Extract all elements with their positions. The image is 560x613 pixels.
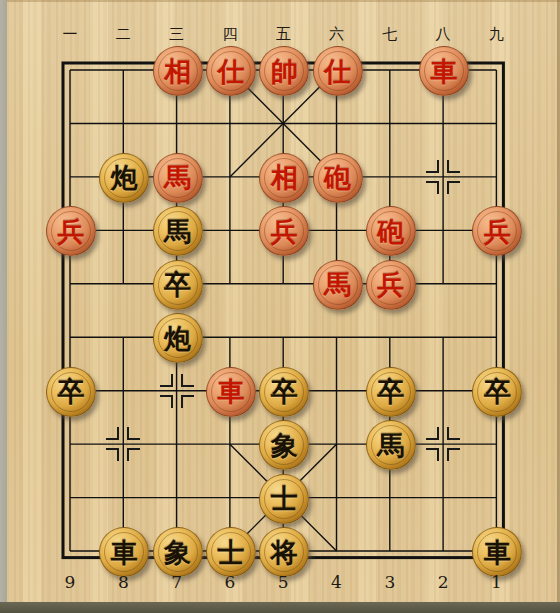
piece-glyph: 卒 xyxy=(473,368,521,416)
file-label-bottom-7: 3 xyxy=(384,572,395,592)
piece-black-chariot[interactable]: 車 xyxy=(99,527,149,577)
piece-glyph: 砲 xyxy=(314,154,362,202)
piece-glyph: 仕 xyxy=(207,47,255,95)
piece-red-soldier[interactable]: 兵 xyxy=(46,206,96,256)
piece-black-elephant[interactable]: 象 xyxy=(153,527,203,577)
piece-glyph: 士 xyxy=(207,528,255,576)
piece-glyph: 象 xyxy=(154,528,202,576)
file-label-top-5: 五 xyxy=(276,25,291,44)
point-marker xyxy=(160,374,194,408)
piece-black-general[interactable]: 将 xyxy=(259,527,309,577)
piece-glyph: 車 xyxy=(207,368,255,416)
piece-red-elephant[interactable]: 相 xyxy=(259,153,309,203)
piece-glyph: 仕 xyxy=(314,47,362,95)
file-label-top-4: 四 xyxy=(222,25,237,44)
piece-red-elephant[interactable]: 相 xyxy=(153,46,203,96)
file-label-bottom-5: 5 xyxy=(278,572,289,592)
file-label-bottom-2: 8 xyxy=(118,572,129,592)
piece-red-advisor[interactable]: 仕 xyxy=(313,46,363,96)
file-label-top-6: 六 xyxy=(329,25,344,44)
piece-red-cannon[interactable]: 砲 xyxy=(313,153,363,203)
piece-glyph: 卒 xyxy=(47,368,95,416)
piece-glyph: 卒 xyxy=(367,368,415,416)
point-marker xyxy=(426,427,460,461)
piece-red-general[interactable]: 帥 xyxy=(259,46,309,96)
xiangqi-board[interactable]: 一二三四五六七八九 相仕帥仕車炮馬相砲兵馬兵砲兵卒馬兵炮卒車卒卒卒象馬士車象士将… xyxy=(0,0,560,613)
piece-glyph: 兵 xyxy=(473,207,521,255)
file-label-top-9: 九 xyxy=(489,25,504,44)
file-label-bottom-6: 4 xyxy=(331,572,342,592)
piece-glyph: 砲 xyxy=(367,207,415,255)
piece-glyph: 炮 xyxy=(100,154,148,202)
piece-glyph: 兵 xyxy=(47,207,95,255)
file-label-top-1: 一 xyxy=(63,25,78,44)
piece-black-advisor[interactable]: 士 xyxy=(259,474,309,524)
point-marker xyxy=(426,160,460,194)
file-label-top-8: 八 xyxy=(436,25,451,44)
piece-glyph: 卒 xyxy=(260,368,308,416)
piece-glyph: 車 xyxy=(100,528,148,576)
piece-red-chariot[interactable]: 車 xyxy=(206,367,256,417)
point-marker xyxy=(106,427,140,461)
piece-glyph: 卒 xyxy=(154,261,202,309)
piece-black-cannon[interactable]: 炮 xyxy=(99,153,149,203)
piece-glyph: 馬 xyxy=(314,261,362,309)
piece-black-soldier[interactable]: 卒 xyxy=(259,367,309,417)
piece-black-cannon[interactable]: 炮 xyxy=(153,313,203,363)
file-label-top-2: 二 xyxy=(116,25,131,44)
piece-black-advisor[interactable]: 士 xyxy=(206,527,256,577)
file-label-bottom-4: 6 xyxy=(224,572,235,592)
piece-black-soldier[interactable]: 卒 xyxy=(366,367,416,417)
piece-glyph: 兵 xyxy=(260,207,308,255)
piece-glyph: 象 xyxy=(260,421,308,469)
piece-red-soldier[interactable]: 兵 xyxy=(366,260,416,310)
file-label-bottom-3: 7 xyxy=(171,572,182,592)
piece-glyph: 馬 xyxy=(154,154,202,202)
piece-glyph: 将 xyxy=(260,528,308,576)
piece-red-horse[interactable]: 馬 xyxy=(313,260,363,310)
piece-glyph: 帥 xyxy=(260,47,308,95)
file-label-top-7: 七 xyxy=(382,25,397,44)
file-label-top-3: 三 xyxy=(169,25,184,44)
piece-red-advisor[interactable]: 仕 xyxy=(206,46,256,96)
piece-glyph: 馬 xyxy=(154,207,202,255)
piece-black-chariot[interactable]: 車 xyxy=(472,527,522,577)
piece-red-horse[interactable]: 馬 xyxy=(153,153,203,203)
piece-red-soldier[interactable]: 兵 xyxy=(472,206,522,256)
piece-glyph: 馬 xyxy=(367,421,415,469)
piece-glyph: 炮 xyxy=(154,314,202,362)
piece-glyph: 兵 xyxy=(367,261,415,309)
piece-red-chariot[interactable]: 車 xyxy=(419,46,469,96)
piece-black-soldier[interactable]: 卒 xyxy=(153,260,203,310)
file-label-bottom-1: 9 xyxy=(65,572,76,592)
piece-red-cannon[interactable]: 砲 xyxy=(366,206,416,256)
piece-glyph: 車 xyxy=(420,47,468,95)
piece-glyph: 相 xyxy=(260,154,308,202)
piece-glyph: 相 xyxy=(154,47,202,95)
piece-black-horse[interactable]: 馬 xyxy=(366,420,416,470)
piece-black-soldier[interactable]: 卒 xyxy=(472,367,522,417)
piece-black-elephant[interactable]: 象 xyxy=(259,420,309,470)
piece-black-soldier[interactable]: 卒 xyxy=(46,367,96,417)
piece-red-soldier[interactable]: 兵 xyxy=(259,206,309,256)
piece-black-horse[interactable]: 馬 xyxy=(153,206,203,256)
piece-glyph: 士 xyxy=(260,475,308,523)
piece-glyph: 車 xyxy=(473,528,521,576)
file-label-bottom-9: 1 xyxy=(491,572,502,592)
file-label-bottom-8: 2 xyxy=(438,572,449,592)
